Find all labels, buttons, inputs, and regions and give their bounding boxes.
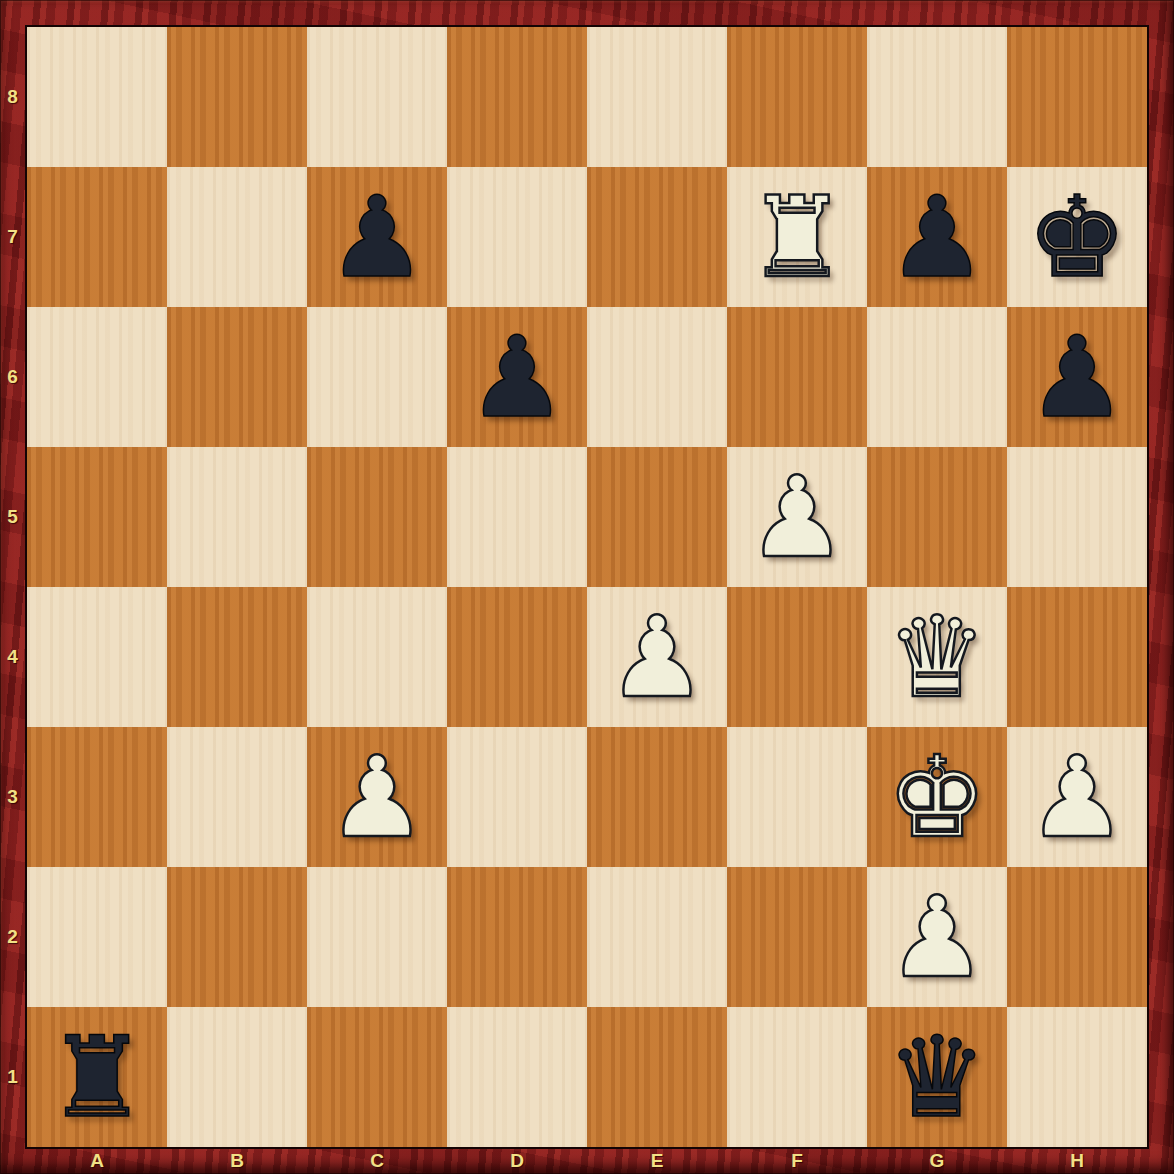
square-c6[interactable] [307,307,447,447]
file-label-b: B [167,1148,307,1174]
square-b7[interactable] [167,167,307,307]
square-d3[interactable] [447,727,587,867]
square-f8[interactable] [727,27,867,167]
rank-label-7: 7 [0,167,25,307]
white-pawn-c3: ♟ [307,727,447,867]
square-e4[interactable]: ♟ [587,587,727,727]
white-pawn-h3: ♟ [1007,727,1147,867]
square-h4[interactable] [1007,587,1147,727]
chess-board-frame: ♟♜♟♚♟♟♟♟♛♟♚♟♟♜♛ 87654321 ABCDEFGH [0,0,1174,1174]
square-e1[interactable] [587,1007,727,1147]
square-c2[interactable] [307,867,447,1007]
file-label-c: C [307,1148,447,1174]
square-a1[interactable]: ♜ [27,1007,167,1147]
square-d2[interactable] [447,867,587,1007]
square-h2[interactable] [1007,867,1147,1007]
square-a2[interactable] [27,867,167,1007]
square-c1[interactable] [307,1007,447,1147]
white-king-g3: ♚ [867,727,1007,867]
square-c3[interactable]: ♟ [307,727,447,867]
square-a5[interactable] [27,447,167,587]
square-g4[interactable]: ♛ [867,587,1007,727]
square-g3[interactable]: ♚ [867,727,1007,867]
file-label-e: E [587,1148,727,1174]
square-b2[interactable] [167,867,307,1007]
file-label-a: A [27,1148,167,1174]
square-e5[interactable] [587,447,727,587]
square-f1[interactable] [727,1007,867,1147]
square-a4[interactable] [27,587,167,727]
square-d1[interactable] [447,1007,587,1147]
rank-label-4: 4 [0,587,25,727]
board-grid: ♟♜♟♚♟♟♟♟♛♟♚♟♟♜♛ [25,25,1149,1149]
square-b3[interactable] [167,727,307,867]
square-f4[interactable] [727,587,867,727]
file-label-d: D [447,1148,587,1174]
square-b4[interactable] [167,587,307,727]
square-g8[interactable] [867,27,1007,167]
square-g1[interactable]: ♛ [867,1007,1007,1147]
square-a8[interactable] [27,27,167,167]
rank-label-2: 2 [0,867,25,1007]
square-e7[interactable] [587,167,727,307]
rank-label-5: 5 [0,447,25,587]
square-d5[interactable] [447,447,587,587]
square-h3[interactable]: ♟ [1007,727,1147,867]
square-b6[interactable] [167,307,307,447]
square-h6[interactable]: ♟ [1007,307,1147,447]
square-d6[interactable]: ♟ [447,307,587,447]
rank-label-1: 1 [0,1007,25,1147]
square-b5[interactable] [167,447,307,587]
rank-label-8: 8 [0,27,25,167]
square-h8[interactable] [1007,27,1147,167]
black-pawn-g7: ♟ [867,167,1007,307]
white-pawn-f5: ♟ [727,447,867,587]
square-f2[interactable] [727,867,867,1007]
square-a3[interactable] [27,727,167,867]
square-f3[interactable] [727,727,867,867]
square-d4[interactable] [447,587,587,727]
file-label-g: G [867,1148,1007,1174]
square-e8[interactable] [587,27,727,167]
square-h7[interactable]: ♚ [1007,167,1147,307]
rank-label-3: 3 [0,727,25,867]
black-queen-g1: ♛ [867,1007,1007,1147]
square-e6[interactable] [587,307,727,447]
white-queen-g4: ♛ [867,587,1007,727]
square-h5[interactable] [1007,447,1147,587]
square-g7[interactable]: ♟ [867,167,1007,307]
file-label-h: H [1007,1148,1147,1174]
square-f5[interactable]: ♟ [727,447,867,587]
black-pawn-d6: ♟ [447,307,587,447]
square-c5[interactable] [307,447,447,587]
white-pawn-e4: ♟ [587,587,727,727]
black-pawn-h6: ♟ [1007,307,1147,447]
square-c8[interactable] [307,27,447,167]
square-f7[interactable]: ♜ [727,167,867,307]
white-rook-f7: ♜ [727,167,867,307]
black-king-h7: ♚ [1007,167,1147,307]
black-pawn-c7: ♟ [307,167,447,307]
square-g2[interactable]: ♟ [867,867,1007,1007]
file-label-f: F [727,1148,867,1174]
white-pawn-g2: ♟ [867,867,1007,1007]
square-e3[interactable] [587,727,727,867]
square-a6[interactable] [27,307,167,447]
square-h1[interactable] [1007,1007,1147,1147]
square-g6[interactable] [867,307,1007,447]
square-b1[interactable] [167,1007,307,1147]
square-c7[interactable]: ♟ [307,167,447,307]
square-d7[interactable] [447,167,587,307]
square-g5[interactable] [867,447,1007,587]
square-d8[interactable] [447,27,587,167]
black-rook-a1: ♜ [27,1007,167,1147]
square-a7[interactable] [27,167,167,307]
square-f6[interactable] [727,307,867,447]
square-c4[interactable] [307,587,447,727]
square-b8[interactable] [167,27,307,167]
rank-label-6: 6 [0,307,25,447]
square-e2[interactable] [587,867,727,1007]
